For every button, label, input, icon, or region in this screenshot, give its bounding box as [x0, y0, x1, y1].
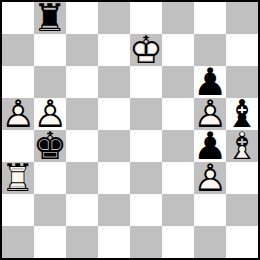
black-king-glyph: ♚: [34, 130, 66, 162]
square-g3[interactable]: ♟♙: [194, 162, 226, 194]
white-pawn[interactable]: ♟♙: [194, 162, 226, 194]
square-e1[interactable]: [130, 226, 162, 258]
square-d7[interactable]: [98, 34, 130, 66]
square-d4[interactable]: [98, 130, 130, 162]
square-c6[interactable]: [66, 66, 98, 98]
white-pawn-glyph: ♙: [2, 98, 34, 130]
square-g1[interactable]: [194, 226, 226, 258]
square-d3[interactable]: [98, 162, 130, 194]
square-d6[interactable]: [98, 66, 130, 98]
square-f2[interactable]: [162, 194, 194, 226]
square-c2[interactable]: [66, 194, 98, 226]
square-d1[interactable]: [98, 226, 130, 258]
black-rook-glyph: ♜: [34, 2, 66, 34]
square-a1[interactable]: [2, 226, 34, 258]
white-bishop-glyph: ♗: [226, 130, 258, 162]
black-rook[interactable]: ♜: [34, 2, 66, 34]
square-h8[interactable]: [226, 2, 258, 34]
square-e2[interactable]: [130, 194, 162, 226]
square-b1[interactable]: [34, 226, 66, 258]
square-d2[interactable]: [98, 194, 130, 226]
white-bishop[interactable]: ♝♗: [226, 130, 258, 162]
square-c3[interactable]: [66, 162, 98, 194]
square-c7[interactable]: [66, 34, 98, 66]
square-g2[interactable]: [194, 194, 226, 226]
white-king-glyph: ♔: [130, 34, 162, 66]
square-d8[interactable]: [98, 2, 130, 34]
square-b8[interactable]: ♜: [34, 2, 66, 34]
square-d5[interactable]: [98, 98, 130, 130]
square-c8[interactable]: [66, 2, 98, 34]
square-e7[interactable]: ♚♔: [130, 34, 162, 66]
square-b4[interactable]: ♚: [34, 130, 66, 162]
square-e4[interactable]: [130, 130, 162, 162]
square-b3[interactable]: [34, 162, 66, 194]
square-f4[interactable]: [162, 130, 194, 162]
square-h3[interactable]: [226, 162, 258, 194]
square-h1[interactable]: [226, 226, 258, 258]
square-c1[interactable]: [66, 226, 98, 258]
square-e6[interactable]: [130, 66, 162, 98]
white-rook[interactable]: ♜♖: [2, 162, 34, 194]
square-a5[interactable]: ♟♙: [2, 98, 34, 130]
square-f6[interactable]: [162, 66, 194, 98]
square-c4[interactable]: [66, 130, 98, 162]
square-f7[interactable]: [162, 34, 194, 66]
square-a7[interactable]: [2, 34, 34, 66]
square-e5[interactable]: [130, 98, 162, 130]
square-h4[interactable]: ♝♗: [226, 130, 258, 162]
square-f8[interactable]: [162, 2, 194, 34]
square-f3[interactable]: [162, 162, 194, 194]
black-king[interactable]: ♚: [34, 130, 66, 162]
square-g8[interactable]: [194, 2, 226, 34]
square-a2[interactable]: [2, 194, 34, 226]
chessboard: ♜♚♔♟♟♙♟♙♟♙♝♚♟♝♗♜♖♟♙: [0, 0, 260, 260]
white-pawn[interactable]: ♟♙: [2, 98, 34, 130]
square-b7[interactable]: [34, 34, 66, 66]
square-a8[interactable]: [2, 2, 34, 34]
white-king[interactable]: ♚♔: [130, 34, 162, 66]
white-pawn-glyph: ♙: [194, 162, 226, 194]
square-f5[interactable]: [162, 98, 194, 130]
square-e3[interactable]: [130, 162, 162, 194]
square-b2[interactable]: [34, 194, 66, 226]
square-c5[interactable]: [66, 98, 98, 130]
square-a3[interactable]: ♜♖: [2, 162, 34, 194]
white-rook-glyph: ♖: [2, 162, 34, 194]
square-f1[interactable]: [162, 226, 194, 258]
square-h2[interactable]: [226, 194, 258, 226]
square-h7[interactable]: [226, 34, 258, 66]
